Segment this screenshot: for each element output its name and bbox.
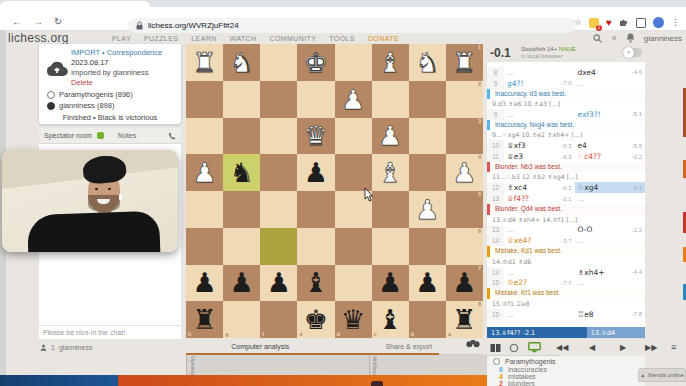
- move-black[interactable]: exf3?!: [578, 110, 601, 119]
- move-white[interactable]: ...: [507, 110, 514, 119]
- move-cell-white[interactable]: ...: [504, 225, 575, 236]
- move-row: 13...O-O-2.2: [487, 225, 645, 236]
- black-pawn: ♟: [192, 269, 216, 296]
- square-d8[interactable]: ♛d: [335, 301, 372, 338]
- white-player-name: Paramythogenis (896): [59, 90, 133, 99]
- move-black[interactable]: dxe4: [578, 68, 596, 77]
- judgment-comment: Mistake. Kd1 was best.: [487, 246, 645, 257]
- earbud: [119, 194, 122, 200]
- move-black[interactable]: ...: [578, 79, 585, 88]
- black-pawn: ♟: [267, 269, 291, 296]
- move-cell-white[interactable]: g4?!-7.0: [504, 78, 575, 89]
- tab-notes[interactable]: Notes: [118, 132, 136, 139]
- move-row: 10♕xf3-6.3e4-5.5: [487, 140, 645, 151]
- move-row: 9...exf3?!-5.1: [487, 109, 645, 120]
- file-coordinate: e: [299, 332, 302, 338]
- extension-heart-icon[interactable]: ♥: [606, 18, 612, 28]
- file-coordinate: d: [337, 332, 340, 338]
- move-black[interactable]: ♖e8: [578, 310, 594, 319]
- square-b5[interactable]: ♟: [409, 191, 446, 228]
- black-queen: ♛: [341, 306, 365, 333]
- context-best-move[interactable]: 13.♕d4: [587, 327, 645, 338]
- move-number: 13: [487, 225, 504, 236]
- nav-learn[interactable]: LEARN: [191, 35, 216, 42]
- move-number: 9: [487, 78, 504, 89]
- variation-line[interactable]: 14.♔d1 ♗d6: [487, 257, 645, 267]
- square-f4[interactable]: [260, 154, 297, 191]
- black-king: ♚: [304, 306, 328, 333]
- url-text: lichess.org/WVRZjuFf#24: [148, 21, 239, 30]
- summary-label: inaccuracies: [508, 366, 547, 373]
- move-cell-white[interactable]: ♕f4??-2.1: [504, 193, 575, 204]
- square-b3[interactable]: [409, 118, 446, 155]
- extension-notes-icon[interactable]: 1: [589, 18, 599, 28]
- square-d6[interactable]: [335, 228, 372, 265]
- white-bishop: ♝: [378, 49, 402, 76]
- practice-monitor-icon[interactable]: [528, 342, 541, 353]
- square-c6[interactable]: [372, 228, 409, 265]
- move-white[interactable]: ♔e2?: [507, 278, 527, 287]
- move-number: 9: [487, 109, 504, 120]
- square-b7[interactable]: ♟: [409, 265, 446, 302]
- square-d3[interactable]: [335, 118, 372, 155]
- judgment-comment: Inaccuracy. Nxg4 was best.: [487, 120, 645, 131]
- phone-icon[interactable]: [168, 132, 176, 140]
- summary-mistakes: 4mistakes: [493, 373, 645, 380]
- extensions-puzzle-icon[interactable]: [619, 18, 629, 28]
- square-b4[interactable]: [409, 154, 446, 191]
- square-a7[interactable]: ♟7: [446, 265, 483, 302]
- move-row: 12♗xc4-0.2♘xg4-0.1: [487, 182, 645, 193]
- move-cell-white[interactable]: ...: [504, 67, 575, 78]
- white-knight: ♞: [415, 49, 439, 76]
- black-color-icon: [47, 102, 55, 110]
- black-pawn: ♟: [304, 159, 328, 186]
- square-b1[interactable]: ♞: [409, 44, 446, 81]
- person-shirt: [27, 211, 161, 252]
- move-cell-black[interactable]: O-O-2.2: [575, 225, 646, 236]
- variation-line[interactable]: 15.♔f1 ♖e8: [487, 299, 645, 309]
- move-black[interactable]: ♗xh4+: [578, 268, 605, 277]
- next-move-button[interactable]: ▶: [620, 341, 626, 354]
- move-eval: -0.2: [561, 185, 571, 191]
- forward-icon[interactable]: →: [33, 17, 43, 27]
- file-coordinate: b: [411, 332, 414, 338]
- square-h1[interactable]: ♜: [186, 44, 223, 81]
- rank-coordinate: 8: [478, 302, 481, 308]
- rank-coordinate: 1: [478, 45, 481, 51]
- file-coordinate: f: [262, 332, 264, 338]
- move-eval: -4.6: [632, 69, 642, 75]
- spectator-name[interactable]: gianniness: [59, 344, 92, 351]
- square-b8[interactable]: b: [409, 301, 446, 338]
- square-e7[interactable]: ♝: [297, 265, 334, 302]
- move-eval: -5.1: [632, 111, 642, 117]
- square-d4[interactable]: [335, 154, 372, 191]
- square-e5[interactable]: [297, 191, 334, 228]
- move-cell-black[interactable]: ...: [575, 78, 646, 89]
- square-e4[interactable]: ♟: [297, 154, 334, 191]
- browser-address-bar: ← → ↻ lichess.org/WVRZjuFf#24 ☆ 1 ♥ ⋮: [0, 7, 686, 31]
- nav-donate[interactable]: DONATE: [368, 35, 399, 42]
- lock-icon: [136, 21, 143, 30]
- square-a4[interactable]: ♟4: [446, 154, 483, 191]
- move-white[interactable]: ...: [507, 225, 514, 234]
- context-played-move[interactable]: 13.♕f4?? -2.1: [487, 327, 587, 338]
- move-eval: -6.3: [561, 143, 571, 149]
- black-pawn: ♟: [452, 269, 476, 296]
- engine-toggle-knob: ×: [623, 47, 634, 58]
- game-result: Finished • Black is victorious: [39, 113, 181, 122]
- white-color-icon: [493, 358, 500, 365]
- move-cell-white[interactable]: ♕e3-6.3: [504, 151, 575, 162]
- chat-tabs: Spectator room Notes: [39, 128, 181, 144]
- imported-by-label: Imported by gianniness: [71, 68, 149, 77]
- white-pawn: ♟: [378, 122, 402, 149]
- move-row: 14...♗xh4+-4.4: [487, 267, 645, 278]
- move-row: 14♕xe4?-3.7...: [487, 235, 645, 246]
- move-eval: -2.1: [561, 196, 571, 202]
- white-king: ♚: [304, 49, 328, 76]
- move-white[interactable]: ♕e3: [507, 152, 523, 161]
- square-f1[interactable]: [260, 44, 297, 81]
- square-g3[interactable]: [223, 118, 260, 155]
- move-cell-black[interactable]: e4-5.5: [575, 140, 646, 151]
- move-black[interactable]: ...: [578, 194, 585, 203]
- square-f7[interactable]: ♟: [260, 265, 297, 302]
- move-cell-white[interactable]: ...: [504, 309, 575, 320]
- judgment-comment: Mistake. Kf1 was best.: [487, 288, 645, 299]
- rank-coordinate: 5: [478, 192, 481, 198]
- move-white[interactable]: ...: [507, 68, 514, 77]
- analysis-summary: Paramythogenis 6inaccuracies4mistakes2bl…: [487, 356, 645, 386]
- friends-online-button[interactable]: ▲ friends online: [638, 368, 686, 382]
- nav-puzzles[interactable]: PUZZLES: [144, 35, 178, 42]
- move-cell-black[interactable]: dxe4-4.6: [575, 67, 646, 78]
- move-eval: -7.8: [632, 311, 642, 317]
- move-number: 14: [487, 267, 504, 278]
- tab-share-export[interactable]: Share & export: [335, 339, 484, 354]
- move-number: 11: [487, 151, 504, 162]
- username[interactable]: gianniness: [644, 34, 682, 43]
- square-b2[interactable]: [409, 81, 446, 118]
- video-strip-logo: [371, 381, 383, 386]
- engine-toggle[interactable]: ×: [623, 48, 642, 57]
- summary-label: mistakes: [508, 373, 536, 380]
- lichess-logo[interactable]: lichess.org: [8, 31, 69, 45]
- square-a3[interactable]: 3: [446, 118, 483, 155]
- move-black[interactable]: O-O: [578, 225, 593, 234]
- square-c8[interactable]: ♝c: [372, 301, 409, 338]
- game-type-label: IMPORT • Correspondence: [71, 48, 162, 57]
- url-bar[interactable]: lichess.org/WVRZjuFf#24: [128, 18, 576, 33]
- move-number: 13: [487, 193, 504, 204]
- square-a1[interactable]: ♜1: [446, 44, 483, 81]
- black-knight: ♞: [230, 159, 254, 186]
- square-a8[interactable]: ♜8a: [446, 301, 483, 338]
- white-bishop: ♝: [378, 159, 402, 186]
- square-h2[interactable]: [186, 81, 223, 118]
- black-pawn: ♟: [230, 269, 254, 296]
- move-black[interactable]: ♘xg4: [578, 183, 599, 192]
- browser-tab-strip: [0, 0, 686, 7]
- square-a5[interactable]: 5: [446, 191, 483, 228]
- square-f8[interactable]: f: [260, 301, 297, 338]
- square-e8[interactable]: ♚e: [297, 301, 334, 338]
- variation-line[interactable]: 13.♕d4 ♗xh4+ 14.♔f1 [...]: [487, 215, 645, 225]
- move-eval: -4.4: [632, 269, 642, 275]
- square-f3[interactable]: [260, 118, 297, 155]
- black-player-name: gianniness (898): [59, 101, 114, 110]
- square-g5[interactable]: [223, 191, 260, 228]
- main-nav: PLAYPUZZLESLEARNWATCHCOMMUNITYTOOLSDONAT…: [112, 35, 399, 42]
- square-c2[interactable]: [372, 81, 409, 118]
- square-c5[interactable]: [372, 191, 409, 228]
- judgment-comment: Blunder. Qd4 was best.: [487, 204, 645, 215]
- square-e3[interactable]: ♛: [297, 118, 334, 155]
- summary-player-name: Paramythogenis: [505, 358, 556, 365]
- move-list: ...8...dxe4-4.69g4?!-7.0...Inaccuracy. d…: [487, 62, 645, 327]
- summary-blunders: 2blunders: [493, 380, 645, 386]
- white-rook: ♜: [192, 49, 216, 76]
- file-coordinate: a: [448, 332, 451, 338]
- engine-nnue: NNUE: [559, 46, 576, 52]
- move-eval: -2.2: [632, 227, 642, 233]
- summary-inaccuracies: 6inaccuracies: [493, 365, 645, 372]
- spectator-count-row: 1 gianniness: [40, 344, 92, 351]
- summary-count: 4: [493, 373, 503, 380]
- move-number: 12: [487, 182, 504, 193]
- move-black[interactable]: e4: [578, 141, 587, 150]
- move-cell-white[interactable]: ♕xe4?-3.7: [504, 235, 575, 246]
- white-pawn: ♟: [415, 196, 439, 223]
- summary-label: blunders: [508, 380, 535, 386]
- rank-coordinate: 7: [478, 266, 481, 272]
- square-h7[interactable]: ♟: [186, 265, 223, 302]
- rank-coordinate: 2: [478, 82, 481, 88]
- white-player-row[interactable]: Paramythogenis (896): [47, 90, 133, 99]
- extension-badge: 1: [596, 25, 602, 31]
- close-icon[interactable]: ×: [611, 33, 616, 43]
- browser-menu-icon[interactable]: ⋮: [671, 17, 680, 28]
- move-row: 9g4?!-7.0...: [487, 78, 645, 89]
- move-cell-white[interactable]: ♕xf3-6.3: [504, 140, 575, 151]
- move-number: 10: [487, 140, 504, 151]
- phase-middlegame-label: Middlegame: [372, 356, 378, 375]
- square-b6[interactable]: [409, 228, 446, 265]
- nav-watch[interactable]: WATCH: [230, 35, 257, 42]
- engine-location: in local browser: [521, 53, 576, 60]
- tab-computer-analysis[interactable]: Computer analysis: [186, 339, 335, 354]
- bookmark-star-icon[interactable]: ☆: [574, 17, 582, 28]
- square-c3[interactable]: ♟: [372, 118, 409, 155]
- white-color-icon: [47, 91, 55, 99]
- move-cell-black[interactable]: exf3?!-5.1: [575, 109, 646, 120]
- tab-spectator-room[interactable]: Spectator room: [44, 132, 92, 139]
- chat-input[interactable]: Please be nice in the chat!: [39, 325, 181, 339]
- move-white[interactable]: ...: [507, 310, 514, 319]
- square-c4[interactable]: ♝: [372, 154, 409, 191]
- move-black[interactable]: ...: [578, 236, 585, 245]
- back-icon[interactable]: ←: [12, 17, 22, 27]
- webcam-overlay: [2, 150, 178, 252]
- move-white[interactable]: ♕xe4?: [507, 236, 531, 245]
- rank-coordinate: 6: [478, 229, 481, 235]
- move-number: 14: [487, 235, 504, 246]
- extension-square-icon[interactable]: [636, 18, 646, 28]
- summary-player-row: Paramythogenis: [493, 358, 645, 365]
- person-icon: [40, 344, 47, 351]
- move-eval: -7.7: [561, 280, 571, 286]
- unread-badge: [97, 132, 104, 139]
- move-cell-black[interactable]: ♘c4??-0.2: [575, 151, 646, 162]
- move-cell-white[interactable]: ...: [504, 267, 575, 278]
- chevron-up-icon: ▲: [640, 372, 645, 378]
- move-number: 15: [487, 277, 504, 288]
- square-g1[interactable]: ♞: [223, 44, 260, 81]
- square-g8[interactable]: g: [223, 301, 260, 338]
- white-rook: ♜: [452, 49, 476, 76]
- variation-line[interactable]: 11...♘b3 12.♗b2 ♗xg4 [...]: [487, 172, 645, 182]
- square-g2[interactable]: [223, 81, 260, 118]
- file-coordinate: g: [225, 332, 228, 338]
- spectator-count: 1: [51, 344, 55, 351]
- mouse-cursor: [364, 188, 374, 202]
- move-eval: -0.2: [632, 154, 642, 160]
- square-h3[interactable]: [186, 118, 223, 155]
- move-cell-white[interactable]: ♔e2?-7.7: [504, 277, 575, 288]
- square-h6[interactable]: [186, 228, 223, 265]
- black-player-row[interactable]: gianniness (898): [47, 101, 114, 110]
- nav-play[interactable]: PLAY: [112, 35, 131, 42]
- screenshot-stage: ← → ↻ lichess.org/WVRZjuFf#24 ☆ 1 ♥ ⋮ l: [0, 0, 686, 386]
- move-number: 8: [487, 67, 504, 78]
- gear-icon[interactable]: [509, 343, 519, 353]
- black-bishop: ♝: [378, 306, 402, 333]
- judgment-comment: Inaccuracy. d3 was best.: [487, 89, 645, 100]
- square-g4[interactable]: ♞: [223, 154, 260, 191]
- engine-eval: -0.1: [490, 46, 511, 60]
- search-icon[interactable]: [593, 34, 602, 43]
- move-context-bar: 13.♕f4?? -2.1 13.♕d4: [487, 327, 645, 338]
- move-cell-black[interactable]: ...: [575, 193, 646, 204]
- move-eval: -7.0: [561, 80, 571, 86]
- game-info-card: IMPORT • Correspondence 2023.08.17 Impor…: [39, 44, 181, 124]
- square-d2[interactable]: ♟: [335, 81, 372, 118]
- move-cell-black[interactable]: ♘xg4-0.1: [575, 182, 646, 193]
- delete-link[interactable]: Delete: [71, 78, 93, 87]
- phase-opening-label: Opening: [190, 356, 196, 375]
- square-h8[interactable]: ♜h: [186, 301, 223, 338]
- move-eval: -3.7: [561, 238, 571, 244]
- judgment-comment: Blunder. Nb3 was best.: [487, 162, 645, 173]
- rank-coordinate: 4: [478, 155, 481, 161]
- move-eval: -5.5: [632, 143, 642, 149]
- bell-icon[interactable]: [626, 33, 635, 43]
- move-white[interactable]: ♕f4??: [507, 194, 529, 203]
- square-c1[interactable]: ♝: [372, 44, 409, 81]
- summary-count: 2: [493, 380, 503, 386]
- browser-profile-avatar[interactable]: [653, 17, 664, 28]
- import-cloud-icon: [46, 60, 68, 77]
- variation-line[interactable]: 9.d3 ♗e6 10.♗a3 [...]: [487, 99, 645, 109]
- move-white[interactable]: ♗xc4: [507, 183, 527, 192]
- white-pawn: ♟: [452, 159, 476, 186]
- nav-community[interactable]: COMMUNITY: [270, 35, 317, 42]
- square-c7[interactable]: ♟: [372, 265, 409, 302]
- analysis-menu-icon[interactable]: ≡: [671, 341, 676, 354]
- move-cell-black[interactable]: ♖e8-7.8: [575, 309, 646, 320]
- square-g6[interactable]: [223, 228, 260, 265]
- square-d7[interactable]: [335, 265, 372, 302]
- move-cell-black[interactable]: ♗xh4+-4.4: [575, 267, 646, 278]
- game-date: 2023.08.17: [71, 58, 109, 67]
- square-e1[interactable]: ♚: [297, 44, 334, 81]
- black-rook: ♜: [192, 306, 216, 333]
- square-e6[interactable]: [297, 228, 334, 265]
- first-move-button[interactable]: ◀◀: [556, 341, 568, 354]
- square-f6[interactable]: [260, 228, 297, 265]
- square-f2[interactable]: [260, 81, 297, 118]
- file-coordinate: h: [188, 332, 191, 338]
- variation-line[interactable]: 9...♘xg4 10.♗e2 ♗xh4+ [...]: [487, 130, 645, 140]
- file-coordinate: c: [374, 332, 377, 338]
- white-pawn: ♟: [192, 159, 216, 186]
- square-h5[interactable]: [186, 191, 223, 228]
- rank-coordinate: 3: [478, 119, 481, 125]
- summary-count: 6: [493, 366, 503, 373]
- move-white[interactable]: g4?!: [507, 79, 524, 88]
- move-cell-black[interactable]: ...: [575, 277, 646, 288]
- move-row: 11♕e3-6.3♘c4??-0.2: [487, 151, 645, 162]
- square-a6[interactable]: 6: [446, 228, 483, 265]
- white-queen: ♛: [304, 122, 328, 149]
- move-eval: -6.3: [561, 154, 571, 160]
- engine-meta: Stockfish 14+ NNUE in local browser: [521, 46, 576, 60]
- move-white[interactable]: ♕xf3: [507, 141, 526, 150]
- move-cell-white[interactable]: ♗xc4-0.2: [504, 182, 575, 193]
- square-g7[interactable]: ♟: [223, 265, 260, 302]
- square-h4[interactable]: ♟: [186, 154, 223, 191]
- previous-move-button[interactable]: ◀: [589, 341, 595, 354]
- move-row: 13♕f4??-2.1...: [487, 193, 645, 204]
- black-bishop: ♝: [304, 269, 328, 296]
- black-pawn: ♟: [378, 269, 402, 296]
- black-rook: ♜: [452, 306, 476, 333]
- last-move-button[interactable]: ▶▶: [645, 341, 657, 354]
- move-cell-black[interactable]: ...: [575, 235, 646, 246]
- black-pawn: ♟: [415, 269, 439, 296]
- move-cell-white[interactable]: ...: [504, 109, 575, 120]
- square-f5[interactable]: [260, 191, 297, 228]
- square-a2[interactable]: 2: [446, 81, 483, 118]
- move-row: 15...♖e8-7.8: [487, 309, 645, 320]
- study-book-icon[interactable]: [490, 343, 501, 353]
- white-knight: ♞: [230, 49, 254, 76]
- square-e2[interactable]: [297, 81, 334, 118]
- white-pawn: ♟: [341, 86, 365, 113]
- move-row: 15♔e2?-7.7...: [487, 277, 645, 288]
- move-row: 8...dxe4-4.6: [487, 67, 645, 78]
- move-white[interactable]: ...: [507, 268, 514, 277]
- square-d1[interactable]: [335, 44, 372, 81]
- chess-board: ♜♞♚♝♞♜1♟2♛♟3♟♞♟♝♟4♟56♟♟♟♝♟♟♟7♜hgf♚e♛d♝cb…: [186, 44, 483, 338]
- nav-tools[interactable]: TOOLS: [329, 35, 355, 42]
- move-black[interactable]: ♘c4??: [578, 152, 602, 161]
- reload-icon[interactable]: ↻: [54, 17, 62, 27]
- move-black[interactable]: ...: [578, 278, 585, 287]
- move-number: 15: [487, 309, 504, 320]
